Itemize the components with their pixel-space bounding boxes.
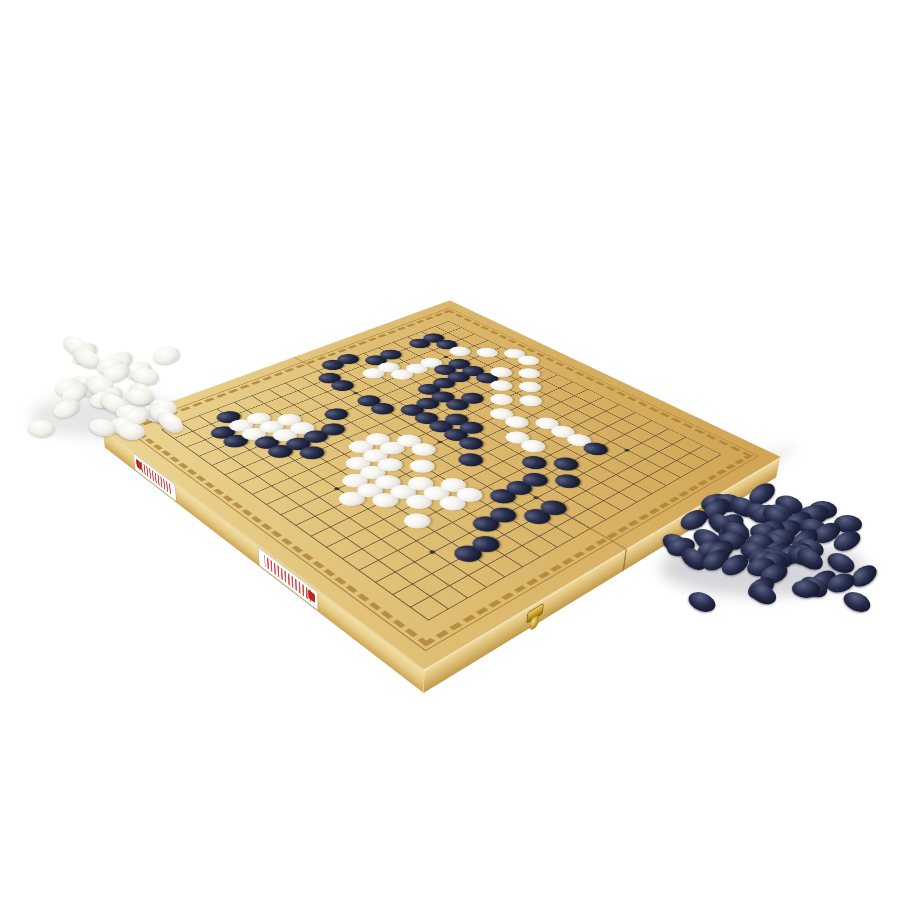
- white-stone: [418, 483, 454, 503]
- white-stone: [355, 463, 390, 482]
- white-stone: [385, 482, 421, 502]
- label-sticker-upper: [133, 453, 176, 502]
- board-front-left-edge: [102, 427, 424, 693]
- white-stone: [403, 474, 439, 493]
- white-stone: [337, 471, 373, 490]
- white-stone: [341, 454, 376, 473]
- black-loose-stone: [686, 589, 719, 616]
- black-stone: [519, 506, 556, 527]
- black-stone: [263, 442, 298, 460]
- black-stone: [485, 505, 522, 526]
- black-stone: [549, 455, 584, 473]
- black-stone: [467, 533, 505, 555]
- white-stone: [405, 457, 440, 476]
- label-sticker-lower: [258, 547, 318, 611]
- black-stone: [550, 472, 586, 491]
- black-loose-stone: [840, 588, 873, 616]
- grid-line: [392, 437, 686, 595]
- white-stone: [399, 510, 436, 531]
- white-stone: [373, 455, 408, 474]
- black-stones-pile: [652, 478, 860, 602]
- white-stones-pile: [22, 336, 172, 436]
- black-stone: [517, 453, 552, 471]
- white-stone: [436, 475, 472, 494]
- white-stone: [352, 481, 388, 501]
- star-point: [333, 487, 341, 491]
- white-stone: [367, 490, 404, 510]
- white-stone: [334, 489, 371, 509]
- sticker-print: [138, 460, 171, 494]
- white-stone: [358, 447, 393, 465]
- white-loose-stone: [27, 419, 55, 437]
- black-stone: [467, 513, 505, 534]
- black-stone: [517, 470, 552, 489]
- white-stone: [452, 485, 488, 505]
- star-point: [623, 448, 630, 452]
- white-stone: [434, 493, 471, 513]
- black-stone: [485, 486, 521, 506]
- product-photo-stage: [0, 0, 900, 900]
- star-point: [428, 550, 436, 555]
- black-stone: [449, 542, 488, 565]
- black-stone: [295, 444, 330, 462]
- white-loose-stone: [152, 344, 182, 365]
- white-stone: [401, 492, 438, 512]
- white-stone: [370, 472, 406, 491]
- sticker-print: [264, 555, 311, 601]
